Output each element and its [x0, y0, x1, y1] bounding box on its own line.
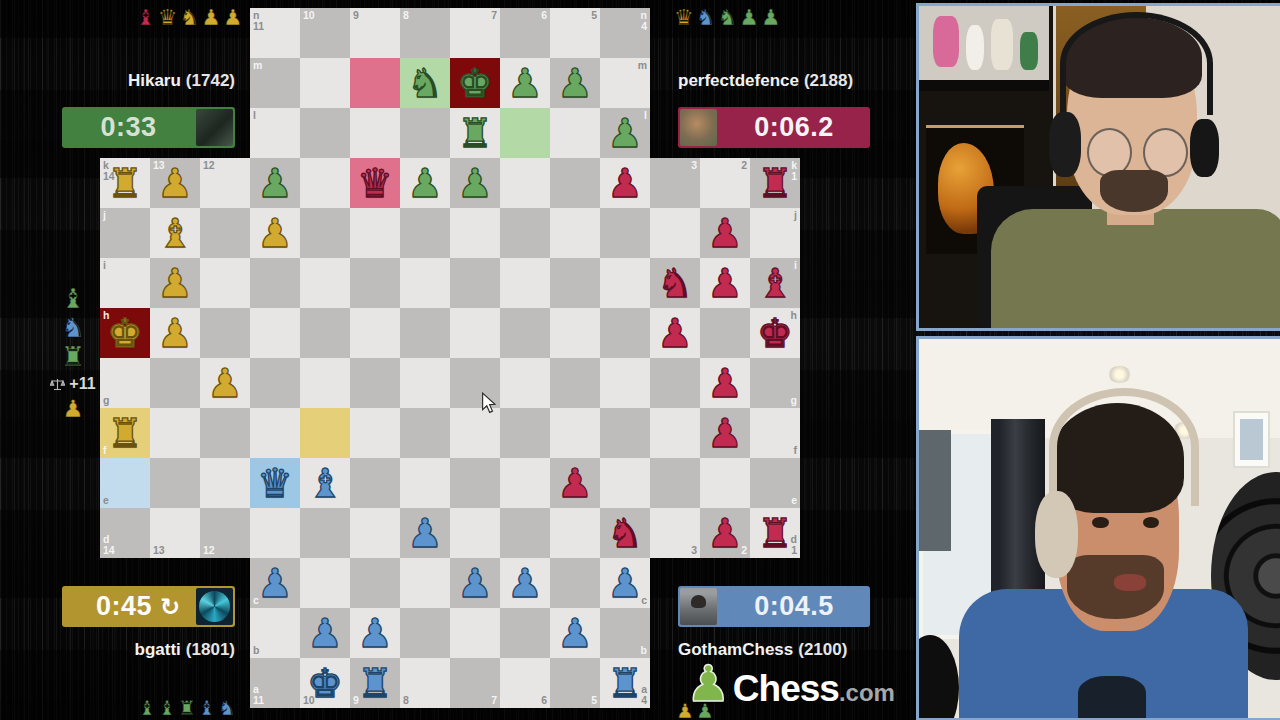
square-f8[interactable]: [400, 408, 450, 458]
yellow-pawn-h13[interactable]: ♟: [150, 308, 200, 358]
gothamchess-avatar[interactable]: [680, 588, 717, 625]
square-c10[interactable]: [300, 558, 350, 608]
square-m6[interactable]: ♟: [500, 58, 550, 108]
square-i10[interactable]: [300, 258, 350, 308]
captured-blue-bishop-icon: ♝: [198, 697, 216, 719]
square-e2[interactable]: [700, 458, 750, 508]
square-l11[interactable]: l: [250, 108, 300, 158]
green-pawn-k11[interactable]: ♟: [250, 158, 300, 208]
chesscom-pawn-icon: ♟: [686, 658, 731, 710]
premove-circular-arrow-icon: ↻: [160, 595, 180, 619]
coord-label-n9: 9: [350, 8, 362, 23]
square-j13[interactable]: ♝: [150, 208, 200, 258]
green-pawn-m5[interactable]: ♟: [550, 58, 600, 108]
square-n5[interactable]: 5: [550, 8, 600, 58]
bgatti-avatar[interactable]: [196, 588, 233, 625]
hikaru-clock: 0:33: [62, 107, 235, 148]
square-j9[interactable]: [350, 208, 400, 258]
captured-green-bishop-icon: ♝: [61, 284, 85, 313]
square-k5[interactable]: [550, 158, 600, 208]
cam-bottom-headphones-cup: [1035, 491, 1078, 578]
coord-label-a7: 7: [488, 693, 500, 708]
blue-king-a10[interactable]: ♚: [300, 658, 350, 708]
captured-green-pawn-icon: ♟: [739, 6, 759, 30]
square-f1[interactable]: f: [750, 408, 800, 458]
red-pawn-k4[interactable]: ♟: [600, 158, 650, 208]
square-f2[interactable]: ♟: [700, 408, 750, 458]
yellow-rook-k14[interactable]: ♜: [100, 158, 150, 208]
coord-label-a8: 8: [400, 693, 412, 708]
square-h12[interactable]: [200, 308, 250, 358]
square-m7[interactable]: ♚: [450, 58, 500, 108]
square-i9[interactable]: [350, 258, 400, 308]
square-f9[interactable]: [350, 408, 400, 458]
square-k14[interactable]: k14♜: [100, 158, 150, 208]
blue-pawn-c6[interactable]: ♟: [500, 558, 550, 608]
square-d8[interactable]: ♟: [400, 508, 450, 558]
square-e12[interactable]: [200, 458, 250, 508]
material-eval-value: +11: [69, 375, 95, 393]
captured-yellow-pawn-icon: ♟: [223, 6, 243, 30]
square-c5[interactable]: [550, 558, 600, 608]
hikaru-name: Hikaru(1742): [20, 71, 235, 91]
square-k10[interactable]: [300, 158, 350, 208]
yellow-king-h14[interactable]: ♚: [100, 308, 150, 358]
captured-green-bishop-icon: ♝: [158, 697, 176, 719]
material-stack: ♝♞♜ +11 ♟: [50, 284, 96, 424]
coord-label-k3: 3: [688, 158, 700, 173]
square-d7[interactable]: [450, 508, 500, 558]
square-i7[interactable]: [450, 258, 500, 308]
square-k11[interactable]: ♟: [250, 158, 300, 208]
square-k4[interactable]: ♟: [600, 158, 650, 208]
square-b7[interactable]: [450, 608, 500, 658]
coord-label-n6: 6: [538, 8, 550, 23]
square-g8[interactable]: [400, 358, 450, 408]
square-e11[interactable]: ♛: [250, 458, 300, 508]
square-n11[interactable]: n11: [250, 8, 300, 58]
coord-label-n11: n11: [250, 8, 267, 34]
chesscom-logo: ♟ Chess .com: [686, 658, 895, 710]
cam-top-headphones-band: [1060, 12, 1213, 115]
square-e5[interactable]: ♟: [550, 458, 600, 508]
hikaru-username: Hikaru: [128, 71, 181, 90]
square-g5[interactable]: [550, 358, 600, 408]
square-g10[interactable]: [300, 358, 350, 408]
webcam-bottom-hikaru: [916, 336, 1280, 720]
yellow-bishop-j13[interactable]: ♝: [150, 208, 200, 258]
square-a4[interactable]: a4♜: [600, 658, 650, 708]
chesscom-logo-com: .com: [839, 679, 895, 707]
square-c4[interactable]: c♟: [600, 558, 650, 608]
green-pawn-k7[interactable]: ♟: [450, 158, 500, 208]
square-g9[interactable]: [350, 358, 400, 408]
square-h3[interactable]: ♟: [650, 308, 700, 358]
coord-label-e14: e: [100, 493, 112, 508]
captured-yellow-pawn-icon: ♟: [201, 6, 221, 30]
square-a9[interactable]: 9♜: [350, 658, 400, 708]
coord-label-i14: i: [100, 258, 109, 273]
square-h2[interactable]: [700, 308, 750, 358]
coord-label-n4: n4: [638, 8, 650, 34]
square-d9[interactable]: [350, 508, 400, 558]
cam-top-shelf-item: [991, 19, 1013, 71]
square-i8[interactable]: [400, 258, 450, 308]
square-i3[interactable]: ♞: [650, 258, 700, 308]
square-h5[interactable]: [550, 308, 600, 358]
blue-bishop-e10[interactable]: ♝: [300, 458, 350, 508]
square-m9[interactable]: [350, 58, 400, 108]
square-g2[interactable]: ♟: [700, 358, 750, 408]
square-a10[interactable]: 10♚: [300, 658, 350, 708]
coord-label-k2: 2: [738, 158, 750, 173]
hikaru-avatar[interactable]: [196, 109, 233, 146]
square-f12[interactable]: [200, 408, 250, 458]
square-b9[interactable]: ♟: [350, 608, 400, 658]
square-a8[interactable]: 8: [400, 658, 450, 708]
coord-label-j14: j: [100, 208, 109, 223]
square-n6[interactable]: 6: [500, 8, 550, 58]
square-d6[interactable]: [500, 508, 550, 558]
square-k1[interactable]: k1♜: [750, 158, 800, 208]
red-pawn-j2[interactable]: ♟: [700, 208, 750, 258]
square-d2[interactable]: 2♟: [700, 508, 750, 558]
square-d4[interactable]: ♞: [600, 508, 650, 558]
square-f14[interactable]: f♜: [100, 408, 150, 458]
blue-queen-e11[interactable]: ♛: [250, 458, 300, 508]
cam-bottom-microphone: [916, 635, 959, 720]
captured-yellow-knight-icon: ♞: [179, 6, 199, 30]
square-f11[interactable]: [250, 408, 300, 458]
square-a11[interactable]: a11: [250, 658, 300, 708]
cam-top-headphones-cup-right: [1190, 119, 1219, 177]
square-c7[interactable]: ♟: [450, 558, 500, 608]
square-c8[interactable]: [400, 558, 450, 608]
square-d10[interactable]: [300, 508, 350, 558]
square-k8[interactable]: ♟: [400, 158, 450, 208]
captured-blue-knight-icon: ♞: [696, 6, 716, 30]
square-e3[interactable]: [650, 458, 700, 508]
square-d14[interactable]: d14: [100, 508, 150, 558]
square-g6[interactable]: [500, 358, 550, 408]
square-e4[interactable]: [600, 458, 650, 508]
square-l4[interactable]: l♟: [600, 108, 650, 158]
square-h7[interactable]: [450, 308, 500, 358]
square-e7[interactable]: [450, 458, 500, 508]
captured-green-bishop-icon: ♝: [138, 697, 156, 719]
square-g1[interactable]: g: [750, 358, 800, 408]
red-pawn-d2[interactable]: ♟: [700, 508, 750, 558]
coord-label-b11: b: [250, 643, 262, 658]
square-d1[interactable]: d1♜: [750, 508, 800, 558]
cam-top-shelf-item: [966, 25, 984, 70]
cam-bottom-headphones-band: [1049, 388, 1199, 506]
perfectdefence-username: perfectdefence: [678, 71, 799, 90]
square-l10[interactable]: [300, 108, 350, 158]
square-m4[interactable]: m: [600, 58, 650, 108]
coord-label-d14: d14: [100, 532, 118, 558]
square-d11[interactable]: [250, 508, 300, 558]
coord-label-f1: f: [791, 443, 801, 458]
square-g13[interactable]: [150, 358, 200, 408]
yellow-rook-f14[interactable]: ♜: [100, 408, 150, 458]
square-j1[interactable]: j: [750, 208, 800, 258]
square-i1[interactable]: i♝: [750, 258, 800, 308]
chesscom-logo-chess: Chess: [733, 668, 839, 710]
red-pawn-f2[interactable]: ♟: [700, 408, 750, 458]
captured-blue-knight-icon: ♞: [218, 697, 236, 719]
yellow-pawn-i13[interactable]: ♟: [150, 258, 200, 308]
perfectdefence-captured-pieces: ♛♞♞♟♟: [674, 6, 781, 30]
square-n8[interactable]: 8: [400, 8, 450, 58]
square-g3[interactable]: [650, 358, 700, 408]
green-pawn-l4[interactable]: ♟: [600, 108, 650, 158]
blue-rook-a4[interactable]: ♜: [600, 658, 650, 708]
green-pawn-k8[interactable]: ♟: [400, 158, 450, 208]
captured-yellow-queen-icon: ♛: [158, 6, 178, 30]
bgatti-name: bgatti(1801): [60, 640, 235, 660]
gothamchess-rating: (2100): [798, 640, 847, 659]
blue-rook-a9[interactable]: ♜: [350, 658, 400, 708]
coord-label-j1: j: [791, 208, 800, 223]
square-i4[interactable]: [600, 258, 650, 308]
material-extra-pawn: ♟: [62, 395, 84, 424]
square-j6[interactable]: [500, 208, 550, 258]
cam-top-headphones-cup-left: [1049, 112, 1081, 176]
red-king-h1[interactable]: ♚: [750, 308, 800, 358]
coord-label-d12: 12: [200, 543, 218, 558]
coord-label-d3: 3: [688, 543, 700, 558]
red-pawn-g2[interactable]: ♟: [700, 358, 750, 408]
square-h9[interactable]: [350, 308, 400, 358]
cam-top-person-beard: [1100, 170, 1169, 212]
square-h1[interactable]: h♚: [750, 308, 800, 358]
coord-label-a6: 6: [538, 693, 550, 708]
mouse-cursor: [481, 392, 497, 414]
square-j3[interactable]: [650, 208, 700, 258]
yellow-pawn-j11[interactable]: ♟: [250, 208, 300, 258]
bgatti-avatar-spiral: [199, 591, 230, 622]
red-rook-d1[interactable]: ♜: [750, 508, 800, 558]
square-f5[interactable]: [550, 408, 600, 458]
square-j14[interactable]: j: [100, 208, 150, 258]
red-queen-k9[interactable]: ♛: [350, 158, 400, 208]
coord-label-d13: 13: [150, 543, 168, 558]
blue-pawn-d8[interactable]: ♟: [400, 508, 450, 558]
square-e9[interactable]: [350, 458, 400, 508]
square-b5[interactable]: ♟: [550, 608, 600, 658]
square-k3[interactable]: 3: [650, 158, 700, 208]
square-h6[interactable]: [500, 308, 550, 358]
square-e6[interactable]: [500, 458, 550, 508]
square-e13[interactable]: [150, 458, 200, 508]
square-h11[interactable]: [250, 308, 300, 358]
square-d13[interactable]: 13: [150, 508, 200, 558]
square-c9[interactable]: [350, 558, 400, 608]
square-b10[interactable]: ♟: [300, 608, 350, 658]
square-l5[interactable]: [550, 108, 600, 158]
square-g4[interactable]: [600, 358, 650, 408]
square-n4[interactable]: n4: [600, 8, 650, 58]
square-c6[interactable]: ♟: [500, 558, 550, 608]
square-f7[interactable]: [450, 408, 500, 458]
square-j4[interactable]: [600, 208, 650, 258]
square-j7[interactable]: [450, 208, 500, 258]
square-g12[interactable]: ♟: [200, 358, 250, 408]
red-rook-k1[interactable]: ♜: [750, 158, 800, 208]
blue-pawn-b10[interactable]: ♟: [300, 608, 350, 658]
square-h8[interactable]: [400, 308, 450, 358]
webcam-top-commentator: [916, 3, 1280, 331]
perfectdefence-avatar[interactable]: [680, 109, 717, 146]
square-i12[interactable]: [200, 258, 250, 308]
square-d5[interactable]: [550, 508, 600, 558]
perfectdefence-rating: (2188): [804, 71, 853, 90]
square-d3[interactable]: 3: [650, 508, 700, 558]
square-f4[interactable]: [600, 408, 650, 458]
cam-bottom-ceiling-light: [1107, 366, 1132, 383]
cam-bottom-window-blind: [919, 430, 951, 551]
square-m5[interactable]: ♟: [550, 58, 600, 108]
coord-label-l11: l: [250, 108, 259, 123]
square-f3[interactable]: [650, 408, 700, 458]
coord-label-n8: 8: [400, 8, 412, 23]
blue-pawn-c11[interactable]: ♟: [250, 558, 300, 608]
square-d12[interactable]: 12: [200, 508, 250, 558]
square-j11[interactable]: ♟: [250, 208, 300, 258]
square-f10[interactable]: [300, 408, 350, 458]
square-i6[interactable]: [500, 258, 550, 308]
bgatti-clock-value: 0:45: [62, 591, 152, 622]
square-g11[interactable]: [250, 358, 300, 408]
green-pawn-m6[interactable]: ♟: [500, 58, 550, 108]
yellow-pawn-k13[interactable]: ♟: [150, 158, 200, 208]
square-i5[interactable]: [550, 258, 600, 308]
coord-label-m4: m: [635, 58, 650, 73]
red-pawn-e5[interactable]: ♟: [550, 458, 600, 508]
square-n9[interactable]: 9: [350, 8, 400, 58]
material-eval: +11: [50, 375, 95, 393]
red-pawn-i2[interactable]: ♟: [700, 258, 750, 308]
coord-label-a5: 5: [588, 693, 600, 708]
square-k9[interactable]: ♛: [350, 158, 400, 208]
square-b8[interactable]: [400, 608, 450, 658]
square-j10[interactable]: [300, 208, 350, 258]
square-b11[interactable]: b: [250, 608, 300, 658]
square-k2[interactable]: 2: [700, 158, 750, 208]
perfectdefence-name: perfectdefence(2188): [678, 71, 853, 91]
coord-label-n10: 10: [300, 8, 318, 23]
square-b6[interactable]: [500, 608, 550, 658]
square-h14[interactable]: h♚: [100, 308, 150, 358]
cam-top-shelf-item: [933, 16, 958, 68]
bgatti-rating: (1801): [186, 640, 235, 659]
blue-pawn-c4[interactable]: ♟: [600, 558, 650, 608]
perfectdefence-clock: 0:06.2: [678, 107, 870, 148]
red-knight-d4[interactable]: ♞: [600, 508, 650, 558]
cam-bottom-person-mouth: [1114, 574, 1146, 591]
blue-pawn-c7[interactable]: ♟: [450, 558, 500, 608]
square-e14[interactable]: e: [100, 458, 150, 508]
square-j5[interactable]: [550, 208, 600, 258]
square-n10[interactable]: 10: [300, 8, 350, 58]
square-e8[interactable]: [400, 458, 450, 508]
square-f6[interactable]: [500, 408, 550, 458]
square-m8[interactable]: ♞: [400, 58, 450, 108]
cam-bottom-person-undershirt: [1078, 676, 1147, 718]
square-j12[interactable]: [200, 208, 250, 258]
square-i14[interactable]: i: [100, 258, 150, 308]
red-knight-i3[interactable]: ♞: [650, 258, 700, 308]
coord-label-k12: 12: [200, 158, 218, 173]
square-i2[interactable]: ♟: [700, 258, 750, 308]
green-rook-l7[interactable]: ♜: [450, 108, 500, 158]
square-j2[interactable]: ♟: [700, 208, 750, 258]
square-h13[interactable]: ♟: [150, 308, 200, 358]
hikaru-rating: (1742): [186, 71, 235, 90]
material-pieces: ♝♞♜: [61, 284, 85, 371]
coord-label-b4: b: [638, 643, 650, 658]
square-f13[interactable]: [150, 408, 200, 458]
square-j8[interactable]: [400, 208, 450, 258]
square-l9[interactable]: [350, 108, 400, 158]
coord-label-n5: 5: [588, 8, 600, 23]
red-pawn-h3[interactable]: ♟: [650, 308, 700, 358]
square-n7[interactable]: 7: [450, 8, 500, 58]
square-c11[interactable]: c♟: [250, 558, 300, 608]
square-h4[interactable]: [600, 308, 650, 358]
bgatti-username: bgatti: [135, 640, 181, 659]
square-g14[interactable]: g: [100, 358, 150, 408]
square-k6[interactable]: [500, 158, 550, 208]
square-m10[interactable]: [300, 58, 350, 108]
red-bishop-i1[interactable]: ♝: [750, 258, 800, 308]
yellow-pawn-g12[interactable]: ♟: [200, 358, 250, 408]
cam-bottom-picture-frame: [1233, 411, 1269, 468]
captured-green-rook-icon: ♜: [178, 697, 196, 719]
square-b4[interactable]: b: [600, 608, 650, 658]
bgatti-clock: 0:45 ↻: [62, 586, 235, 627]
square-e10[interactable]: ♝: [300, 458, 350, 508]
cam-top-person-shirt: [991, 209, 1280, 328]
square-i13[interactable]: ♟: [150, 258, 200, 308]
blue-pawn-b9[interactable]: ♟: [350, 608, 400, 658]
square-i11[interactable]: [250, 258, 300, 308]
captured-green-rook-icon: ♜: [61, 342, 85, 371]
square-l6[interactable]: [500, 108, 550, 158]
cam-top-shelf-edge: [919, 80, 1049, 91]
square-a5[interactable]: 5: [550, 658, 600, 708]
square-e1[interactable]: e: [750, 458, 800, 508]
blue-pawn-b5[interactable]: ♟: [550, 608, 600, 658]
square-a7[interactable]: 7: [450, 658, 500, 708]
green-knight-m8[interactable]: ♞: [400, 58, 450, 108]
square-k7[interactable]: ♟: [450, 158, 500, 208]
green-king-m7[interactable]: ♚: [450, 58, 500, 108]
square-m11[interactable]: m: [250, 58, 300, 108]
square-l7[interactable]: ♜: [450, 108, 500, 158]
square-k13[interactable]: 13♟: [150, 158, 200, 208]
square-a6[interactable]: 6: [500, 658, 550, 708]
square-h10[interactable]: [300, 308, 350, 358]
coord-label-e1: e: [788, 493, 800, 508]
square-k12[interactable]: 12: [200, 158, 250, 208]
captured-green-knight-icon: ♞: [717, 6, 737, 30]
square-l8[interactable]: [400, 108, 450, 158]
coord-label-n7: 7: [488, 8, 500, 23]
cam-top-shelf-item: [1020, 32, 1038, 71]
scales-icon: [50, 378, 65, 391]
